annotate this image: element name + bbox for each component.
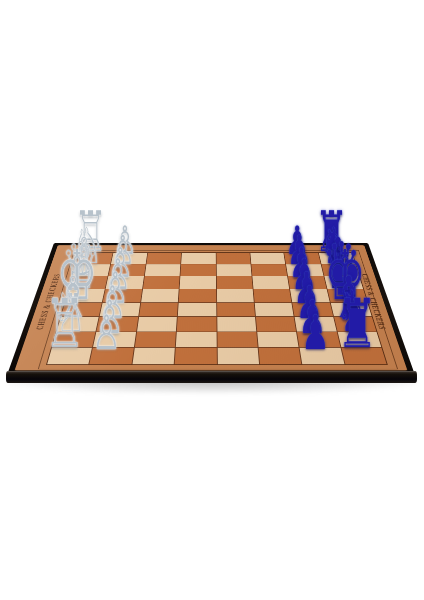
square-d8 [327,289,367,302]
square-e3 [139,303,178,317]
square-c4 [180,276,216,288]
square-h3 [132,348,175,364]
square-f5 [217,317,256,332]
square-d4 [179,289,216,302]
square-e8 [330,303,371,317]
square-a3 [146,253,181,264]
square-c5 [216,276,252,288]
square-b3 [145,264,181,276]
product-photo-stage: CHESS & CHECKERS CHESS & CHECKERS ♜♞♝♛♚♝… [0,0,424,600]
square-g7 [297,332,340,347]
square-h7 [300,348,344,364]
square-e1 [61,303,102,317]
square-d2 [103,289,142,302]
square-e2 [100,303,140,317]
square-h8 [341,348,386,364]
square-f3 [137,317,177,332]
square-f1 [57,317,99,332]
square-f2 [97,317,138,332]
square-c7 [288,276,326,288]
square-g6 [257,332,299,347]
square-c1 [69,276,108,288]
square-d5 [217,289,254,302]
square-b2 [109,264,146,276]
square-f7 [295,317,337,332]
square-b4 [180,264,215,276]
square-e6 [255,303,294,317]
square-b5 [216,264,251,276]
square-c8 [324,276,363,288]
square-a8 [318,253,355,264]
square-e4 [178,303,216,317]
square-d6 [253,289,291,302]
squares-grid [46,252,388,365]
square-f4 [177,317,216,332]
square-g2 [93,332,136,347]
square-d3 [141,289,179,302]
square-g1 [52,332,96,347]
square-d1 [65,289,105,302]
square-a4 [181,253,215,264]
board-surface: CHESS & CHECKERS CHESS & CHECKERS [15,245,408,370]
square-g4 [176,332,216,347]
square-g8 [337,332,381,347]
square-a7 [284,253,320,264]
square-a2 [111,253,147,264]
square-h2 [90,348,134,364]
square-f8 [334,317,377,332]
square-c3 [143,276,180,288]
square-b1 [73,264,111,276]
square-h1 [47,348,92,364]
square-e5 [217,303,255,317]
square-g3 [135,332,176,347]
square-d7 [290,289,329,302]
square-e7 [292,303,332,317]
square-a1 [76,253,113,264]
square-h4 [175,348,217,364]
board-front-edge [6,371,417,383]
square-a5 [216,253,250,264]
square-c6 [252,276,289,288]
square-h6 [259,348,302,364]
square-h5 [217,348,259,364]
square-b8 [321,264,359,276]
scene: CHESS & CHECKERS CHESS & CHECKERS [0,0,424,600]
square-g5 [217,332,258,347]
square-f6 [256,317,296,332]
square-b7 [286,264,323,276]
square-a6 [250,253,285,264]
chess-board-frame: CHESS & CHECKERS CHESS & CHECKERS [7,243,415,375]
square-c2 [106,276,144,288]
square-b6 [251,264,287,276]
